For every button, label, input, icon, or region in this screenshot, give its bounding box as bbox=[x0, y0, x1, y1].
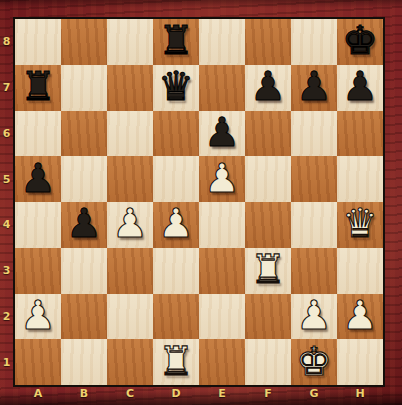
square-c4[interactable]: ♟ bbox=[107, 202, 153, 248]
piece-black-rook[interactable]: ♜ bbox=[158, 20, 194, 60]
square-e6[interactable]: ♟ bbox=[199, 111, 245, 157]
square-b7[interactable] bbox=[61, 65, 107, 111]
square-c1[interactable] bbox=[107, 339, 153, 385]
square-h8[interactable]: ♚ bbox=[337, 19, 383, 65]
square-a3[interactable] bbox=[15, 248, 61, 294]
square-b5[interactable] bbox=[61, 156, 107, 202]
file-labels: ABCDEFGH bbox=[15, 385, 383, 402]
piece-white-rook[interactable]: ♜ bbox=[250, 249, 286, 289]
square-f4[interactable] bbox=[245, 202, 291, 248]
square-c5[interactable] bbox=[107, 156, 153, 202]
piece-white-pawn[interactable]: ♟ bbox=[342, 295, 378, 335]
square-e2[interactable] bbox=[199, 294, 245, 340]
piece-black-pawn[interactable]: ♟ bbox=[296, 66, 332, 106]
file-label-g: G bbox=[291, 385, 337, 402]
file-label-h: H bbox=[337, 385, 383, 402]
piece-black-pawn[interactable]: ♟ bbox=[20, 158, 56, 198]
file-label-c: C bbox=[107, 385, 153, 402]
piece-white-pawn[interactable]: ♟ bbox=[112, 203, 148, 243]
square-d2[interactable] bbox=[153, 294, 199, 340]
piece-white-queen[interactable]: ♛ bbox=[342, 203, 378, 243]
square-g3[interactable] bbox=[291, 248, 337, 294]
square-e4[interactable] bbox=[199, 202, 245, 248]
square-g7[interactable]: ♟ bbox=[291, 65, 337, 111]
square-d4[interactable]: ♟ bbox=[153, 202, 199, 248]
square-f6[interactable] bbox=[245, 111, 291, 157]
rank-labels: 87654321 bbox=[0, 19, 13, 385]
piece-black-queen[interactable]: ♛ bbox=[158, 66, 194, 106]
piece-white-pawn[interactable]: ♟ bbox=[296, 295, 332, 335]
square-h4[interactable]: ♛ bbox=[337, 202, 383, 248]
square-a7[interactable]: ♜ bbox=[15, 65, 61, 111]
square-c7[interactable] bbox=[107, 65, 153, 111]
square-h5[interactable] bbox=[337, 156, 383, 202]
square-b2[interactable] bbox=[61, 294, 107, 340]
chessboard-app: 87654321 ♜♚♜♛♟♟♟♟♟♟♟♟♟♛♜♟♟♟♜♚ ABCDEFGH bbox=[0, 0, 402, 405]
square-b6[interactable] bbox=[61, 111, 107, 157]
rank-label-7: 7 bbox=[0, 65, 13, 111]
square-a6[interactable] bbox=[15, 111, 61, 157]
rank-label-1: 1 bbox=[0, 339, 13, 385]
square-f5[interactable] bbox=[245, 156, 291, 202]
piece-black-king[interactable]: ♚ bbox=[342, 20, 378, 60]
square-f8[interactable] bbox=[245, 19, 291, 65]
square-a4[interactable] bbox=[15, 202, 61, 248]
square-e1[interactable] bbox=[199, 339, 245, 385]
file-label-b: B bbox=[61, 385, 107, 402]
piece-black-pawn[interactable]: ♟ bbox=[250, 66, 286, 106]
square-b1[interactable] bbox=[61, 339, 107, 385]
square-g4[interactable] bbox=[291, 202, 337, 248]
board: ♜♚♜♛♟♟♟♟♟♟♟♟♟♛♜♟♟♟♜♚ bbox=[13, 17, 385, 387]
square-b8[interactable] bbox=[61, 19, 107, 65]
square-h2[interactable]: ♟ bbox=[337, 294, 383, 340]
square-g1[interactable]: ♚ bbox=[291, 339, 337, 385]
piece-white-pawn[interactable]: ♟ bbox=[204, 158, 240, 198]
square-e5[interactable]: ♟ bbox=[199, 156, 245, 202]
square-a8[interactable] bbox=[15, 19, 61, 65]
square-f2[interactable] bbox=[245, 294, 291, 340]
square-c6[interactable] bbox=[107, 111, 153, 157]
rank-label-8: 8 bbox=[0, 19, 13, 65]
square-f3[interactable]: ♜ bbox=[245, 248, 291, 294]
rank-label-5: 5 bbox=[0, 156, 13, 202]
square-e3[interactable] bbox=[199, 248, 245, 294]
square-d6[interactable] bbox=[153, 111, 199, 157]
square-e8[interactable] bbox=[199, 19, 245, 65]
square-d1[interactable]: ♜ bbox=[153, 339, 199, 385]
square-f1[interactable] bbox=[245, 339, 291, 385]
piece-black-pawn[interactable]: ♟ bbox=[342, 66, 378, 106]
square-a5[interactable]: ♟ bbox=[15, 156, 61, 202]
rank-label-3: 3 bbox=[0, 248, 13, 294]
rank-label-2: 2 bbox=[0, 294, 13, 340]
file-label-e: E bbox=[199, 385, 245, 402]
square-d5[interactable] bbox=[153, 156, 199, 202]
square-h6[interactable] bbox=[337, 111, 383, 157]
piece-white-pawn[interactable]: ♟ bbox=[158, 203, 194, 243]
piece-black-rook[interactable]: ♜ bbox=[20, 66, 56, 106]
square-a1[interactable] bbox=[15, 339, 61, 385]
square-c2[interactable] bbox=[107, 294, 153, 340]
square-f7[interactable]: ♟ bbox=[245, 65, 291, 111]
square-b4[interactable]: ♟ bbox=[61, 202, 107, 248]
file-label-f: F bbox=[245, 385, 291, 402]
piece-white-pawn[interactable]: ♟ bbox=[20, 295, 56, 335]
square-d3[interactable] bbox=[153, 248, 199, 294]
piece-black-pawn[interactable]: ♟ bbox=[204, 112, 240, 152]
square-h7[interactable]: ♟ bbox=[337, 65, 383, 111]
square-g8[interactable] bbox=[291, 19, 337, 65]
piece-white-king[interactable]: ♚ bbox=[296, 341, 332, 381]
rank-label-6: 6 bbox=[0, 111, 13, 157]
square-d7[interactable]: ♛ bbox=[153, 65, 199, 111]
square-e7[interactable] bbox=[199, 65, 245, 111]
piece-white-rook[interactable]: ♜ bbox=[158, 341, 194, 381]
square-g6[interactable] bbox=[291, 111, 337, 157]
square-h3[interactable] bbox=[337, 248, 383, 294]
file-label-a: A bbox=[15, 385, 61, 402]
square-a2[interactable]: ♟ bbox=[15, 294, 61, 340]
square-g2[interactable]: ♟ bbox=[291, 294, 337, 340]
square-b3[interactable] bbox=[61, 248, 107, 294]
square-d8[interactable]: ♜ bbox=[153, 19, 199, 65]
rank-label-4: 4 bbox=[0, 202, 13, 248]
square-c8[interactable] bbox=[107, 19, 153, 65]
piece-black-pawn[interactable]: ♟ bbox=[66, 203, 102, 243]
square-h1[interactable] bbox=[337, 339, 383, 385]
square-c3[interactable] bbox=[107, 248, 153, 294]
square-g5[interactable] bbox=[291, 156, 337, 202]
file-label-d: D bbox=[153, 385, 199, 402]
